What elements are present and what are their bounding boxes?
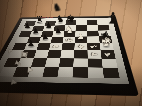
photo-scene: ♜♞♚♟♟♟♟♟♟♞♟♚♛♞♜♝♟♟ ♝♞♜♜♝♟♟♟ <box>0 0 142 106</box>
floor-shadow-overlay <box>0 0 142 106</box>
